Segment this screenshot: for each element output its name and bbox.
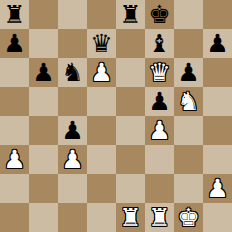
square-e3[interactable] [116, 145, 145, 174]
square-d6[interactable]: ♟ [87, 58, 116, 87]
square-g3[interactable] [174, 145, 203, 174]
black-pawn[interactable]: ♟ [177, 58, 199, 87]
black-pawn[interactable]: ♟ [3, 29, 25, 58]
square-c3[interactable]: ♟ [58, 145, 87, 174]
square-a6[interactable] [0, 58, 29, 87]
square-f6[interactable]: ♛ [145, 58, 174, 87]
black-pawn[interactable]: ♟ [32, 58, 54, 87]
black-rook[interactable]: ♜ [3, 0, 25, 29]
square-d8[interactable] [87, 0, 116, 29]
square-c2[interactable] [58, 174, 87, 203]
square-h1[interactable] [203, 203, 232, 232]
square-b3[interactable] [29, 145, 58, 174]
square-c7[interactable] [58, 29, 87, 58]
square-f4[interactable]: ♟ [145, 116, 174, 145]
square-g2[interactable] [174, 174, 203, 203]
square-b5[interactable] [29, 87, 58, 116]
square-f5[interactable]: ♟ [145, 87, 174, 116]
white-queen[interactable]: ♛ [148, 58, 170, 87]
square-c5[interactable] [58, 87, 87, 116]
chess-board: ♜♜♚♟♛♝♟♟♞♟♛♟♟♞♟♟♟♟♟♜♜♚ [0, 0, 232, 232]
black-pawn[interactable]: ♟ [61, 116, 83, 145]
square-g7[interactable] [174, 29, 203, 58]
square-g6[interactable]: ♟ [174, 58, 203, 87]
square-b1[interactable] [29, 203, 58, 232]
square-c8[interactable] [58, 0, 87, 29]
square-b2[interactable] [29, 174, 58, 203]
square-e7[interactable] [116, 29, 145, 58]
square-g5[interactable]: ♞ [174, 87, 203, 116]
square-d7[interactable]: ♛ [87, 29, 116, 58]
square-a2[interactable] [0, 174, 29, 203]
square-e2[interactable] [116, 174, 145, 203]
square-c6[interactable]: ♞ [58, 58, 87, 87]
square-f3[interactable] [145, 145, 174, 174]
square-e5[interactable] [116, 87, 145, 116]
white-knight[interactable]: ♞ [177, 87, 199, 116]
white-pawn[interactable]: ♟ [206, 174, 228, 203]
square-b4[interactable] [29, 116, 58, 145]
white-pawn[interactable]: ♟ [148, 116, 170, 145]
square-d1[interactable] [87, 203, 116, 232]
square-h4[interactable] [203, 116, 232, 145]
square-b8[interactable] [29, 0, 58, 29]
square-h3[interactable] [203, 145, 232, 174]
square-e1[interactable]: ♜ [116, 203, 145, 232]
square-d4[interactable] [87, 116, 116, 145]
square-c1[interactable] [58, 203, 87, 232]
black-queen[interactable]: ♛ [90, 29, 112, 58]
square-a3[interactable]: ♟ [0, 145, 29, 174]
square-f2[interactable] [145, 174, 174, 203]
square-a1[interactable] [0, 203, 29, 232]
square-g4[interactable] [174, 116, 203, 145]
black-pawn[interactable]: ♟ [206, 29, 228, 58]
square-a5[interactable] [0, 87, 29, 116]
white-king[interactable]: ♚ [177, 203, 199, 232]
square-f1[interactable]: ♜ [145, 203, 174, 232]
square-h6[interactable] [203, 58, 232, 87]
square-d3[interactable] [87, 145, 116, 174]
black-king[interactable]: ♚ [148, 0, 170, 29]
black-rook[interactable]: ♜ [119, 0, 141, 29]
square-f8[interactable]: ♚ [145, 0, 174, 29]
white-rook[interactable]: ♜ [148, 203, 170, 232]
square-e6[interactable] [116, 58, 145, 87]
black-pawn[interactable]: ♟ [148, 87, 170, 116]
square-e4[interactable] [116, 116, 145, 145]
square-c4[interactable]: ♟ [58, 116, 87, 145]
square-f7[interactable]: ♝ [145, 29, 174, 58]
square-h5[interactable] [203, 87, 232, 116]
white-pawn[interactable]: ♟ [3, 145, 25, 174]
square-a8[interactable]: ♜ [0, 0, 29, 29]
white-pawn[interactable]: ♟ [61, 145, 83, 174]
square-b7[interactable] [29, 29, 58, 58]
square-a7[interactable]: ♟ [0, 29, 29, 58]
square-g1[interactable]: ♚ [174, 203, 203, 232]
square-d5[interactable] [87, 87, 116, 116]
square-e8[interactable]: ♜ [116, 0, 145, 29]
white-rook[interactable]: ♜ [119, 203, 141, 232]
square-h8[interactable] [203, 0, 232, 29]
square-a4[interactable] [0, 116, 29, 145]
square-h2[interactable]: ♟ [203, 174, 232, 203]
square-g8[interactable] [174, 0, 203, 29]
white-pawn[interactable]: ♟ [90, 58, 112, 87]
black-knight[interactable]: ♞ [61, 58, 83, 87]
black-bishop[interactable]: ♝ [148, 29, 170, 58]
square-b6[interactable]: ♟ [29, 58, 58, 87]
square-d2[interactable] [87, 174, 116, 203]
square-h7[interactable]: ♟ [203, 29, 232, 58]
